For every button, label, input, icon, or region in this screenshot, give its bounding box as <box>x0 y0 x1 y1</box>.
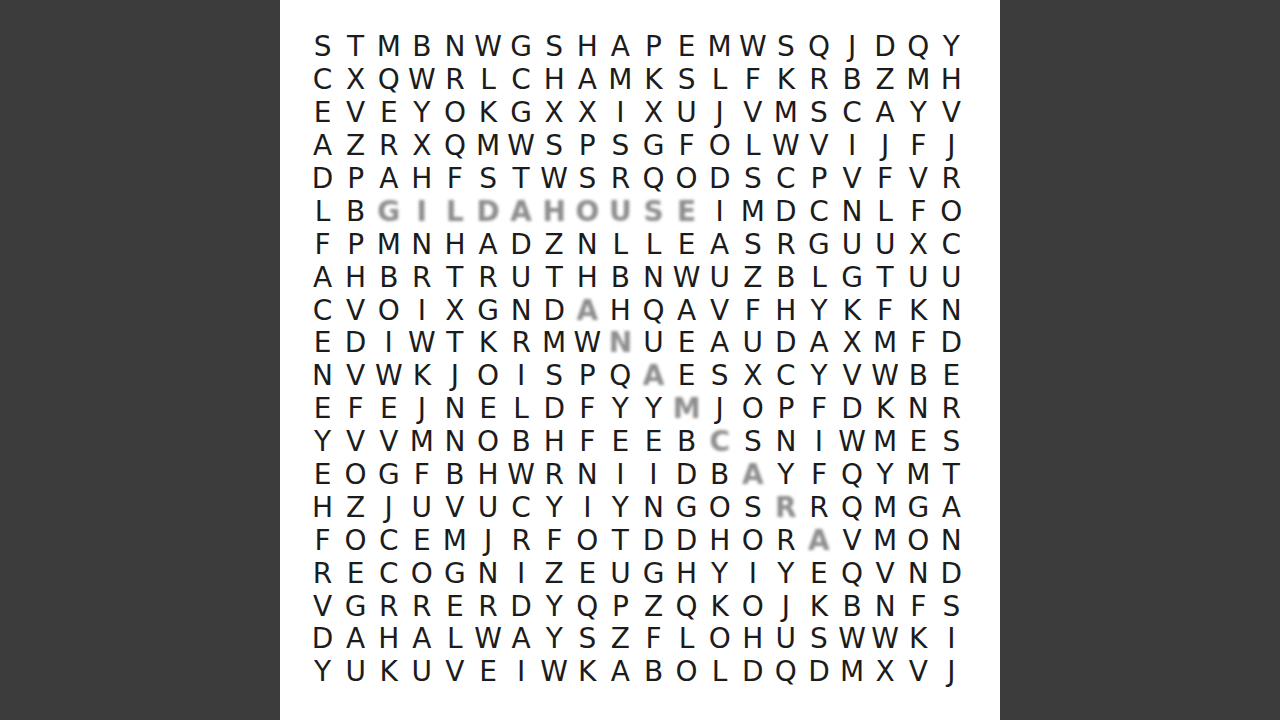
grid-cell-r1c2[interactable]: T <box>339 31 372 64</box>
grid-cell-r15c12[interactable]: G <box>670 491 703 524</box>
grid-cell-r12c3[interactable]: E <box>372 393 405 426</box>
grid-cell-r4c3[interactable]: R <box>372 130 405 163</box>
grid-cell-r4c10[interactable]: S <box>604 130 637 163</box>
grid-cell-r20c13[interactable]: L <box>703 656 736 689</box>
grid-cell-r1c8[interactable]: S <box>538 31 571 64</box>
grid-cell-r2c17[interactable]: B <box>836 64 869 97</box>
grid-cell-r10c9[interactable]: W <box>571 327 604 360</box>
grid-cell-r3c4[interactable]: Y <box>405 97 438 130</box>
grid-cell-r16c14[interactable]: O <box>736 524 769 557</box>
grid-cell-r5c15[interactable]: C <box>769 163 802 196</box>
grid-cell-r9c3[interactable]: O <box>372 294 405 327</box>
grid-cell-r17c6[interactable]: N <box>471 557 504 590</box>
grid-cell-r11c14[interactable]: X <box>736 360 769 393</box>
grid-cell-r6c13[interactable]: I <box>703 195 736 228</box>
grid-cell-r8c12[interactable]: W <box>670 261 703 294</box>
grid-cell-r5c19[interactable]: V <box>902 163 935 196</box>
grid-cell-r16c1[interactable]: F <box>306 524 339 557</box>
grid-cell-r19c12[interactable]: L <box>670 623 703 656</box>
grid-cell-r11c20[interactable]: E <box>935 360 968 393</box>
grid-cell-r20c5[interactable]: V <box>438 656 471 689</box>
grid-cell-r4c1[interactable]: A <box>306 130 339 163</box>
grid-cell-r14c16[interactable]: F <box>802 459 835 492</box>
grid-cell-r4c18[interactable]: J <box>869 130 902 163</box>
grid-cell-r10c11[interactable]: U <box>637 327 670 360</box>
grid-cell-r2c13[interactable]: L <box>703 64 736 97</box>
grid-cell-r19c18[interactable]: W <box>869 623 902 656</box>
grid-cell-r10c5[interactable]: T <box>438 327 471 360</box>
grid-cell-r9c13[interactable]: V <box>703 294 736 327</box>
grid-cell-r6c15[interactable]: D <box>769 195 802 228</box>
grid-cell-r3c10[interactable]: I <box>604 97 637 130</box>
grid-cell-r6c20[interactable]: O <box>935 195 968 228</box>
grid-cell-r18c15[interactable]: J <box>769 590 802 623</box>
grid-cell-r4c7[interactable]: W <box>505 130 538 163</box>
grid-cell-r16c11[interactable]: D <box>637 524 670 557</box>
grid-cell-r14c13[interactable]: B <box>703 459 736 492</box>
grid-cell-r8c2[interactable]: H <box>339 261 372 294</box>
grid-cell-r6c8[interactable]: H <box>538 195 571 228</box>
grid-cell-r2c20[interactable]: H <box>935 64 968 97</box>
grid-cell-r16c20[interactable]: N <box>935 524 968 557</box>
grid-cell-r4c20[interactable]: J <box>935 130 968 163</box>
grid-cell-r11c16[interactable]: Y <box>802 360 835 393</box>
grid-cell-r5c20[interactable]: R <box>935 163 968 196</box>
grid-cell-r5c10[interactable]: R <box>604 163 637 196</box>
grid-cell-r13c6[interactable]: O <box>471 426 504 459</box>
grid-cell-r14c1[interactable]: E <box>306 459 339 492</box>
grid-cell-r10c7[interactable]: R <box>505 327 538 360</box>
grid-cell-r6c1[interactable]: L <box>306 195 339 228</box>
grid-cell-r14c6[interactable]: H <box>471 459 504 492</box>
grid-cell-r7c7[interactable]: D <box>505 228 538 261</box>
grid-cell-r11c1[interactable]: N <box>306 360 339 393</box>
grid-cell-r9c20[interactable]: N <box>935 294 968 327</box>
grid-cell-r16c3[interactable]: C <box>372 524 405 557</box>
grid-cell-r6c18[interactable]: L <box>869 195 902 228</box>
grid-cell-r9c6[interactable]: G <box>471 294 504 327</box>
grid-cell-r13c17[interactable]: W <box>836 426 869 459</box>
grid-cell-r11c10[interactable]: Q <box>604 360 637 393</box>
grid-cell-r8c10[interactable]: B <box>604 261 637 294</box>
grid-cell-r20c3[interactable]: K <box>372 656 405 689</box>
grid-cell-r8c5[interactable]: T <box>438 261 471 294</box>
grid-cell-r15c9[interactable]: I <box>571 491 604 524</box>
grid-cell-r9c11[interactable]: Q <box>637 294 670 327</box>
grid-cell-r12c8[interactable]: D <box>538 393 571 426</box>
grid-cell-r2c3[interactable]: Q <box>372 64 405 97</box>
grid-cell-r19c17[interactable]: W <box>836 623 869 656</box>
grid-cell-r13c2[interactable]: V <box>339 426 372 459</box>
grid-cell-r8c9[interactable]: H <box>571 261 604 294</box>
grid-cell-r4c16[interactable]: V <box>802 130 835 163</box>
grid-cell-r2c6[interactable]: L <box>471 64 504 97</box>
grid-cell-r13c1[interactable]: Y <box>306 426 339 459</box>
grid-cell-r3c7[interactable]: G <box>505 97 538 130</box>
grid-cell-r5c12[interactable]: O <box>670 163 703 196</box>
grid-cell-r11c2[interactable]: V <box>339 360 372 393</box>
grid-cell-r6c11[interactable]: S <box>637 195 670 228</box>
grid-cell-r12c4[interactable]: J <box>405 393 438 426</box>
grid-cell-r7c3[interactable]: M <box>372 228 405 261</box>
grid-cell-r2c7[interactable]: C <box>505 64 538 97</box>
grid-cell-r18c13[interactable]: K <box>703 590 736 623</box>
grid-cell-r5c16[interactable]: P <box>802 163 835 196</box>
grid-cell-r16c17[interactable]: V <box>836 524 869 557</box>
grid-cell-r1c6[interactable]: W <box>471 31 504 64</box>
grid-cell-r15c3[interactable]: J <box>372 491 405 524</box>
grid-cell-r15c6[interactable]: U <box>471 491 504 524</box>
grid-cell-r3c17[interactable]: C <box>836 97 869 130</box>
grid-cell-r20c19[interactable]: V <box>902 656 935 689</box>
grid-cell-r11c15[interactable]: C <box>769 360 802 393</box>
grid-cell-r11c4[interactable]: K <box>405 360 438 393</box>
grid-cell-r13c18[interactable]: M <box>869 426 902 459</box>
grid-cell-r4c2[interactable]: Z <box>339 130 372 163</box>
grid-cell-r10c3[interactable]: I <box>372 327 405 360</box>
grid-cell-r1c5[interactable]: N <box>438 31 471 64</box>
grid-cell-r1c3[interactable]: M <box>372 31 405 64</box>
grid-cell-r5c1[interactable]: D <box>306 163 339 196</box>
grid-cell-r2c4[interactable]: W <box>405 64 438 97</box>
grid-cell-r8c8[interactable]: T <box>538 261 571 294</box>
grid-cell-r18c20[interactable]: S <box>935 590 968 623</box>
grid-cell-r5c14[interactable]: S <box>736 163 769 196</box>
grid-cell-r7c14[interactable]: S <box>736 228 769 261</box>
grid-cell-r14c5[interactable]: B <box>438 459 471 492</box>
grid-cell-r6c12[interactable]: E <box>670 195 703 228</box>
grid-cell-r7c5[interactable]: H <box>438 228 471 261</box>
grid-cell-r13c15[interactable]: N <box>769 426 802 459</box>
grid-cell-r12c16[interactable]: F <box>802 393 835 426</box>
grid-cell-r14c3[interactable]: G <box>372 459 405 492</box>
grid-cell-r8c7[interactable]: U <box>505 261 538 294</box>
grid-cell-r8c4[interactable]: R <box>405 261 438 294</box>
grid-cell-r6c17[interactable]: N <box>836 195 869 228</box>
grid-cell-r8c13[interactable]: U <box>703 261 736 294</box>
grid-cell-r19c16[interactable]: S <box>802 623 835 656</box>
grid-cell-r13c7[interactable]: B <box>505 426 538 459</box>
grid-cell-r5c7[interactable]: T <box>505 163 538 196</box>
grid-cell-r8c20[interactable]: U <box>935 261 968 294</box>
grid-cell-r17c8[interactable]: Z <box>538 557 571 590</box>
grid-cell-r2c2[interactable]: X <box>339 64 372 97</box>
grid-cell-r8c6[interactable]: R <box>471 261 504 294</box>
grid-cell-r10c18[interactable]: M <box>869 327 902 360</box>
grid-cell-r9c9[interactable]: A <box>571 294 604 327</box>
grid-cell-r16c18[interactable]: M <box>869 524 902 557</box>
grid-cell-r12c11[interactable]: Y <box>637 393 670 426</box>
grid-cell-r5c17[interactable]: V <box>836 163 869 196</box>
grid-cell-r18c16[interactable]: K <box>802 590 835 623</box>
grid-cell-r17c11[interactable]: G <box>637 557 670 590</box>
grid-cell-r17c1[interactable]: R <box>306 557 339 590</box>
grid-cell-r17c13[interactable]: Y <box>703 557 736 590</box>
grid-cell-r3c8[interactable]: X <box>538 97 571 130</box>
grid-cell-r7c9[interactable]: N <box>571 228 604 261</box>
grid-cell-r1c12[interactable]: E <box>670 31 703 64</box>
grid-cell-r7c12[interactable]: E <box>670 228 703 261</box>
grid-cell-r19c13[interactable]: O <box>703 623 736 656</box>
grid-cell-r11c17[interactable]: V <box>836 360 869 393</box>
grid-cell-r14c10[interactable]: I <box>604 459 637 492</box>
grid-cell-r5c11[interactable]: Q <box>637 163 670 196</box>
grid-cell-r16c8[interactable]: F <box>538 524 571 557</box>
grid-cell-r2c8[interactable]: H <box>538 64 571 97</box>
grid-cell-r15c7[interactable]: C <box>505 491 538 524</box>
grid-cell-r9c4[interactable]: I <box>405 294 438 327</box>
grid-cell-r3c3[interactable]: E <box>372 97 405 130</box>
grid-cell-r3c19[interactable]: Y <box>902 97 935 130</box>
grid-cell-r15c11[interactable]: N <box>637 491 670 524</box>
grid-cell-r12c2[interactable]: F <box>339 393 372 426</box>
grid-cell-r7c6[interactable]: A <box>471 228 504 261</box>
grid-cell-r3c15[interactable]: M <box>769 97 802 130</box>
grid-cell-r3c6[interactable]: K <box>471 97 504 130</box>
grid-cell-r6c2[interactable]: B <box>339 195 372 228</box>
grid-cell-r7c15[interactable]: R <box>769 228 802 261</box>
grid-cell-r20c14[interactable]: D <box>736 656 769 689</box>
grid-cell-r1c10[interactable]: A <box>604 31 637 64</box>
grid-cell-r20c11[interactable]: B <box>637 656 670 689</box>
grid-cell-r10c6[interactable]: K <box>471 327 504 360</box>
grid-cell-r18c18[interactable]: N <box>869 590 902 623</box>
grid-cell-r15c1[interactable]: H <box>306 491 339 524</box>
grid-cell-r19c10[interactable]: Z <box>604 623 637 656</box>
grid-cell-r6c3[interactable]: G <box>372 195 405 228</box>
grid-cell-r18c10[interactable]: P <box>604 590 637 623</box>
grid-cell-r19c9[interactable]: S <box>571 623 604 656</box>
grid-cell-r4c11[interactable]: G <box>637 130 670 163</box>
grid-cell-r13c13[interactable]: C <box>703 426 736 459</box>
grid-cell-r5c8[interactable]: W <box>538 163 571 196</box>
grid-cell-r19c2[interactable]: A <box>339 623 372 656</box>
grid-cell-r6c14[interactable]: M <box>736 195 769 228</box>
grid-cell-r12c20[interactable]: R <box>935 393 968 426</box>
grid-cell-r1c7[interactable]: G <box>505 31 538 64</box>
grid-cell-r14c19[interactable]: M <box>902 459 935 492</box>
grid-cell-r3c5[interactable]: O <box>438 97 471 130</box>
grid-cell-r18c19[interactable]: F <box>902 590 935 623</box>
grid-cell-r7c13[interactable]: A <box>703 228 736 261</box>
grid-cell-r15c2[interactable]: Z <box>339 491 372 524</box>
grid-cell-r13c12[interactable]: B <box>670 426 703 459</box>
grid-cell-r13c5[interactable]: N <box>438 426 471 459</box>
grid-cell-r12c5[interactable]: N <box>438 393 471 426</box>
grid-cell-r12c7[interactable]: L <box>505 393 538 426</box>
grid-cell-r16c6[interactable]: J <box>471 524 504 557</box>
grid-cell-r17c14[interactable]: I <box>736 557 769 590</box>
grid-cell-r3c12[interactable]: U <box>670 97 703 130</box>
grid-cell-r5c4[interactable]: H <box>405 163 438 196</box>
grid-cell-r12c13[interactable]: J <box>703 393 736 426</box>
grid-cell-r9c19[interactable]: K <box>902 294 935 327</box>
grid-cell-r17c7[interactable]: I <box>505 557 538 590</box>
grid-cell-r19c6[interactable]: W <box>471 623 504 656</box>
grid-cell-r12c9[interactable]: F <box>571 393 604 426</box>
grid-cell-r18c3[interactable]: R <box>372 590 405 623</box>
grid-cell-r6c16[interactable]: C <box>802 195 835 228</box>
grid-cell-r13c10[interactable]: E <box>604 426 637 459</box>
grid-cell-r15c18[interactable]: M <box>869 491 902 524</box>
grid-cell-r5c9[interactable]: S <box>571 163 604 196</box>
grid-cell-r11c8[interactable]: S <box>538 360 571 393</box>
grid-cell-r6c19[interactable]: F <box>902 195 935 228</box>
grid-cell-r10c14[interactable]: U <box>736 327 769 360</box>
grid-cell-r20c9[interactable]: K <box>571 656 604 689</box>
grid-cell-r9c12[interactable]: A <box>670 294 703 327</box>
grid-cell-r2c18[interactable]: Z <box>869 64 902 97</box>
grid-cell-r14c17[interactable]: Q <box>836 459 869 492</box>
grid-cell-r16c5[interactable]: M <box>438 524 471 557</box>
grid-cell-r10c17[interactable]: X <box>836 327 869 360</box>
grid-cell-r20c15[interactable]: Q <box>769 656 802 689</box>
grid-cell-r20c1[interactable]: Y <box>306 656 339 689</box>
grid-cell-r10c10[interactable]: N <box>604 327 637 360</box>
grid-cell-r10c13[interactable]: A <box>703 327 736 360</box>
grid-cell-r1c13[interactable]: M <box>703 31 736 64</box>
grid-cell-r6c7[interactable]: A <box>505 195 538 228</box>
grid-cell-r16c4[interactable]: E <box>405 524 438 557</box>
grid-cell-r4c12[interactable]: F <box>670 130 703 163</box>
grid-cell-r6c10[interactable]: U <box>604 195 637 228</box>
grid-cell-r1c17[interactable]: J <box>836 31 869 64</box>
grid-cell-r12c10[interactable]: Y <box>604 393 637 426</box>
grid-cell-r19c4[interactable]: A <box>405 623 438 656</box>
grid-cell-r20c2[interactable]: U <box>339 656 372 689</box>
grid-cell-r15c4[interactable]: U <box>405 491 438 524</box>
grid-cell-r8c19[interactable]: U <box>902 261 935 294</box>
grid-cell-r16c10[interactable]: T <box>604 524 637 557</box>
grid-cell-r5c3[interactable]: A <box>372 163 405 196</box>
grid-cell-r2c5[interactable]: R <box>438 64 471 97</box>
grid-cell-r6c9[interactable]: O <box>571 195 604 228</box>
grid-cell-r17c16[interactable]: E <box>802 557 835 590</box>
grid-cell-r6c6[interactable]: D <box>471 195 504 228</box>
grid-cell-r18c2[interactable]: G <box>339 590 372 623</box>
grid-cell-r5c18[interactable]: F <box>869 163 902 196</box>
grid-cell-r15c20[interactable]: A <box>935 491 968 524</box>
grid-cell-r18c11[interactable]: Z <box>637 590 670 623</box>
grid-cell-r17c17[interactable]: Q <box>836 557 869 590</box>
grid-cell-r11c5[interactable]: J <box>438 360 471 393</box>
grid-cell-r20c10[interactable]: A <box>604 656 637 689</box>
grid-cell-r10c15[interactable]: D <box>769 327 802 360</box>
grid-cell-r15c17[interactable]: Q <box>836 491 869 524</box>
grid-cell-r11c3[interactable]: W <box>372 360 405 393</box>
grid-cell-r20c20[interactable]: J <box>935 656 968 689</box>
grid-cell-r3c2[interactable]: V <box>339 97 372 130</box>
grid-cell-r15c13[interactable]: O <box>703 491 736 524</box>
grid-cell-r14c2[interactable]: O <box>339 459 372 492</box>
grid-cell-r7c8[interactable]: Z <box>538 228 571 261</box>
grid-cell-r16c2[interactable]: O <box>339 524 372 557</box>
grid-cell-r2c16[interactable]: R <box>802 64 835 97</box>
grid-cell-r7c20[interactable]: C <box>935 228 968 261</box>
grid-cell-r17c2[interactable]: E <box>339 557 372 590</box>
grid-cell-r9c8[interactable]: D <box>538 294 571 327</box>
grid-cell-r4c14[interactable]: L <box>736 130 769 163</box>
grid-cell-r18c17[interactable]: B <box>836 590 869 623</box>
grid-cell-r19c8[interactable]: Y <box>538 623 571 656</box>
grid-cell-r14c11[interactable]: I <box>637 459 670 492</box>
grid-cell-r1c11[interactable]: P <box>637 31 670 64</box>
grid-cell-r17c20[interactable]: D <box>935 557 968 590</box>
grid-cell-r5c2[interactable]: P <box>339 163 372 196</box>
grid-cell-r17c4[interactable]: O <box>405 557 438 590</box>
grid-cell-r8c16[interactable]: L <box>802 261 835 294</box>
grid-cell-r17c5[interactable]: G <box>438 557 471 590</box>
grid-cell-r3c9[interactable]: X <box>571 97 604 130</box>
grid-cell-r12c15[interactable]: P <box>769 393 802 426</box>
grid-cell-r4c19[interactable]: F <box>902 130 935 163</box>
grid-cell-r10c12[interactable]: E <box>670 327 703 360</box>
grid-cell-r6c4[interactable]: I <box>405 195 438 228</box>
grid-cell-r18c14[interactable]: O <box>736 590 769 623</box>
grid-cell-r17c19[interactable]: N <box>902 557 935 590</box>
grid-cell-r17c9[interactable]: E <box>571 557 604 590</box>
grid-cell-r13c8[interactable]: H <box>538 426 571 459</box>
grid-cell-r14c20[interactable]: T <box>935 459 968 492</box>
grid-cell-r5c13[interactable]: D <box>703 163 736 196</box>
grid-cell-r19c14[interactable]: H <box>736 623 769 656</box>
grid-cell-r16c16[interactable]: A <box>802 524 835 557</box>
grid-cell-r1c19[interactable]: Q <box>902 31 935 64</box>
grid-cell-r9c5[interactable]: X <box>438 294 471 327</box>
grid-cell-r2c10[interactable]: M <box>604 64 637 97</box>
grid-cell-r12c14[interactable]: O <box>736 393 769 426</box>
grid-cell-r14c15[interactable]: Y <box>769 459 802 492</box>
grid-cell-r15c16[interactable]: R <box>802 491 835 524</box>
grid-cell-r17c12[interactable]: H <box>670 557 703 590</box>
grid-cell-r7c10[interactable]: L <box>604 228 637 261</box>
grid-cell-r20c12[interactable]: O <box>670 656 703 689</box>
grid-cell-r10c1[interactable]: E <box>306 327 339 360</box>
grid-cell-r20c4[interactable]: U <box>405 656 438 689</box>
grid-cell-r7c16[interactable]: G <box>802 228 835 261</box>
grid-cell-r12c19[interactable]: N <box>902 393 935 426</box>
grid-cell-r14c12[interactable]: D <box>670 459 703 492</box>
grid-cell-r13c9[interactable]: F <box>571 426 604 459</box>
grid-cell-r1c4[interactable]: B <box>405 31 438 64</box>
grid-cell-r12c18[interactable]: K <box>869 393 902 426</box>
grid-cell-r11c9[interactable]: P <box>571 360 604 393</box>
grid-cell-r19c19[interactable]: K <box>902 623 935 656</box>
grid-cell-r1c16[interactable]: Q <box>802 31 835 64</box>
grid-cell-r3c1[interactable]: E <box>306 97 339 130</box>
grid-cell-r17c15[interactable]: Y <box>769 557 802 590</box>
grid-cell-r8c1[interactable]: A <box>306 261 339 294</box>
grid-cell-r10c19[interactable]: F <box>902 327 935 360</box>
grid-cell-r19c5[interactable]: L <box>438 623 471 656</box>
grid-cell-r10c8[interactable]: M <box>538 327 571 360</box>
grid-cell-r15c14[interactable]: S <box>736 491 769 524</box>
grid-cell-r12c1[interactable]: E <box>306 393 339 426</box>
grid-cell-r11c18[interactable]: W <box>869 360 902 393</box>
grid-cell-r9c18[interactable]: F <box>869 294 902 327</box>
grid-cell-r9c16[interactable]: Y <box>802 294 835 327</box>
grid-cell-r11c12[interactable]: E <box>670 360 703 393</box>
grid-cell-r13c16[interactable]: I <box>802 426 835 459</box>
grid-cell-r7c11[interactable]: L <box>637 228 670 261</box>
grid-cell-r6c5[interactable]: L <box>438 195 471 228</box>
grid-cell-r18c4[interactable]: R <box>405 590 438 623</box>
grid-cell-r3c11[interactable]: X <box>637 97 670 130</box>
grid-cell-r11c7[interactable]: I <box>505 360 538 393</box>
grid-cell-r14c14[interactable]: A <box>736 459 769 492</box>
grid-cell-r14c7[interactable]: W <box>505 459 538 492</box>
grid-cell-r15c5[interactable]: V <box>438 491 471 524</box>
